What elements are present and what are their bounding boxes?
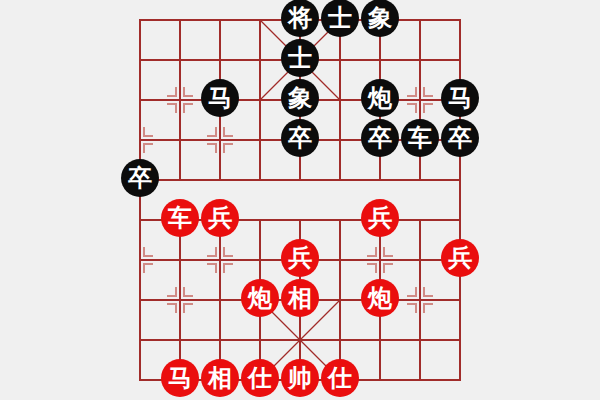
piece-black-horse[interactable]: 马 [201, 79, 239, 117]
piece-black-horse[interactable]: 马 [441, 79, 479, 117]
piece-red-pawn[interactable]: 兵 [361, 199, 399, 237]
piece-red-horse[interactable]: 马 [161, 359, 199, 397]
piece-black-advisor[interactable]: 士 [281, 39, 319, 77]
piece-red-pawn[interactable]: 兵 [281, 239, 319, 277]
xiangqi-board[interactable]: 将士象士马象炮马卒卒车卒卒车兵兵兵兵炮相炮马相仕帅仕 [0, 0, 600, 400]
piece-black-general[interactable]: 将 [281, 0, 319, 37]
piece-black-pawn[interactable]: 卒 [121, 159, 159, 197]
piece-red-pawn[interactable]: 兵 [201, 199, 239, 237]
piece-red-cannon[interactable]: 炮 [241, 279, 279, 317]
piece-red-chariot[interactable]: 车 [161, 199, 199, 237]
xiangqi-screen: 将士象士马象炮马卒卒车卒卒车兵兵兵兵炮相炮马相仕帅仕 [0, 0, 600, 400]
piece-black-pawn[interactable]: 卒 [281, 119, 319, 157]
piece-black-pawn[interactable]: 卒 [361, 119, 399, 157]
piece-black-elephant[interactable]: 象 [361, 0, 399, 37]
piece-red-advisor[interactable]: 仕 [321, 359, 359, 397]
piece-black-chariot[interactable]: 车 [401, 119, 439, 157]
pieces-layer: 将士象士马象炮马卒卒车卒卒车兵兵兵兵炮相炮马相仕帅仕 [120, 0, 480, 398]
piece-red-general[interactable]: 帅 [281, 359, 319, 397]
piece-black-pawn[interactable]: 卒 [441, 119, 479, 157]
piece-red-elephant[interactable]: 相 [281, 279, 319, 317]
piece-black-elephant[interactable]: 象 [281, 79, 319, 117]
piece-red-advisor[interactable]: 仕 [241, 359, 279, 397]
piece-red-pawn[interactable]: 兵 [441, 239, 479, 277]
piece-black-advisor[interactable]: 士 [321, 0, 359, 37]
piece-red-cannon[interactable]: 炮 [361, 279, 399, 317]
piece-red-elephant[interactable]: 相 [201, 359, 239, 397]
piece-black-cannon[interactable]: 炮 [361, 79, 399, 117]
